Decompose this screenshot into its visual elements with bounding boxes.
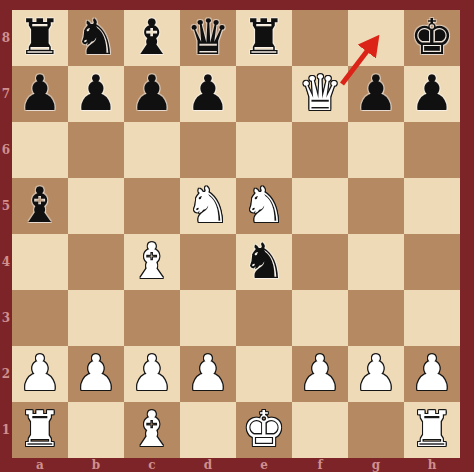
square-a4[interactable]	[12, 234, 68, 290]
square-h5[interactable]	[404, 178, 460, 234]
rank-label-7: 7	[0, 66, 12, 122]
square-g6[interactable]	[348, 122, 404, 178]
piece-black-bishop-c8[interactable]: ♝	[130, 10, 174, 66]
piece-white-rook-h1[interactable]: ♜	[410, 402, 454, 458]
square-e1[interactable]: ♚	[236, 402, 292, 458]
square-c4[interactable]: ♝	[124, 234, 180, 290]
square-c7[interactable]: ♟	[124, 66, 180, 122]
piece-black-pawn-a7[interactable]: ♟	[18, 66, 62, 122]
piece-black-pawn-h7[interactable]: ♟	[410, 66, 454, 122]
file-label-a: a	[12, 458, 68, 472]
piece-black-rook-a8[interactable]: ♜	[18, 10, 62, 66]
file-labels: abcdefgh	[12, 458, 460, 472]
square-f5[interactable]	[292, 178, 348, 234]
square-f6[interactable]	[292, 122, 348, 178]
piece-black-queen-d8[interactable]: ♛	[186, 10, 230, 66]
square-b1[interactable]	[68, 402, 124, 458]
square-c1[interactable]: ♝	[124, 402, 180, 458]
square-f7[interactable]: ♛	[292, 66, 348, 122]
square-h6[interactable]	[404, 122, 460, 178]
square-e4[interactable]: ♞	[236, 234, 292, 290]
square-a8[interactable]: ♜	[12, 10, 68, 66]
rank-label-2: 2	[0, 346, 12, 402]
square-b3[interactable]	[68, 290, 124, 346]
square-d7[interactable]: ♟	[180, 66, 236, 122]
square-c5[interactable]	[124, 178, 180, 234]
square-a2[interactable]: ♟	[12, 346, 68, 402]
square-g1[interactable]	[348, 402, 404, 458]
rank-label-3: 3	[0, 290, 12, 346]
piece-white-pawn-a2[interactable]: ♟	[18, 346, 62, 402]
piece-white-pawn-h2[interactable]: ♟	[410, 346, 454, 402]
file-label-d: d	[180, 458, 236, 472]
square-d6[interactable]	[180, 122, 236, 178]
square-a5[interactable]: ♝	[12, 178, 68, 234]
piece-white-knight-e5[interactable]: ♞	[242, 178, 286, 234]
rank-label-5: 5	[0, 178, 12, 234]
piece-black-rook-e8[interactable]: ♜	[242, 10, 286, 66]
square-d4[interactable]	[180, 234, 236, 290]
piece-black-pawn-c7[interactable]: ♟	[130, 66, 174, 122]
square-b2[interactable]: ♟	[68, 346, 124, 402]
piece-white-pawn-c2[interactable]: ♟	[130, 346, 174, 402]
square-f4[interactable]	[292, 234, 348, 290]
piece-black-king-h8[interactable]: ♚	[410, 10, 454, 66]
file-label-e: e	[236, 458, 292, 472]
square-h3[interactable]	[404, 290, 460, 346]
square-d2[interactable]: ♟	[180, 346, 236, 402]
file-label-g: g	[348, 458, 404, 472]
piece-white-pawn-g2[interactable]: ♟	[354, 346, 398, 402]
square-h7[interactable]: ♟	[404, 66, 460, 122]
piece-black-bishop-a5[interactable]: ♝	[18, 178, 62, 234]
square-g5[interactable]	[348, 178, 404, 234]
square-g2[interactable]: ♟	[348, 346, 404, 402]
piece-black-pawn-g7[interactable]: ♟	[354, 66, 398, 122]
square-d1[interactable]	[180, 402, 236, 458]
file-label-c: c	[124, 458, 180, 472]
square-a1[interactable]: ♜	[12, 402, 68, 458]
square-g4[interactable]	[348, 234, 404, 290]
square-b6[interactable]	[68, 122, 124, 178]
piece-black-pawn-d7[interactable]: ♟	[186, 66, 230, 122]
piece-white-rook-a1[interactable]: ♜	[18, 402, 62, 458]
square-d5[interactable]: ♞	[180, 178, 236, 234]
piece-white-pawn-b2[interactable]: ♟	[74, 346, 118, 402]
square-e2[interactable]	[236, 346, 292, 402]
square-a6[interactable]	[12, 122, 68, 178]
square-a7[interactable]: ♟	[12, 66, 68, 122]
square-e8[interactable]: ♜	[236, 10, 292, 66]
square-e7[interactable]	[236, 66, 292, 122]
square-h2[interactable]: ♟	[404, 346, 460, 402]
piece-white-queen-f7[interactable]: ♛	[298, 66, 342, 122]
square-h8[interactable]: ♚	[404, 10, 460, 66]
rank-label-1: 1	[0, 402, 12, 458]
chess-board-frame: ♜♞♝♛♜♚♟♟♟♟♛♟♟♝♞♞♝♞♟♟♟♟♟♟♟♜♝♚♜ 87654321 a…	[0, 0, 474, 472]
piece-white-bishop-c1[interactable]: ♝	[130, 402, 174, 458]
square-d3[interactable]	[180, 290, 236, 346]
square-h1[interactable]: ♜	[404, 402, 460, 458]
chess-board[interactable]: ♜♞♝♛♜♚♟♟♟♟♛♟♟♝♞♞♝♞♟♟♟♟♟♟♟♜♝♚♜	[12, 10, 460, 458]
square-e3[interactable]	[236, 290, 292, 346]
square-f2[interactable]: ♟	[292, 346, 348, 402]
piece-black-pawn-b7[interactable]: ♟	[74, 66, 118, 122]
rank-label-6: 6	[0, 122, 12, 178]
rank-labels: 87654321	[0, 10, 12, 458]
square-b4[interactable]	[68, 234, 124, 290]
piece-white-pawn-d2[interactable]: ♟	[186, 346, 230, 402]
file-label-h: h	[404, 458, 460, 472]
piece-white-knight-d5[interactable]: ♞	[186, 178, 230, 234]
square-f3[interactable]	[292, 290, 348, 346]
square-g8[interactable]	[348, 10, 404, 66]
square-b5[interactable]	[68, 178, 124, 234]
piece-black-knight-b8[interactable]: ♞	[74, 10, 118, 66]
square-f1[interactable]	[292, 402, 348, 458]
square-h4[interactable]	[404, 234, 460, 290]
square-f8[interactable]	[292, 10, 348, 66]
file-label-b: b	[68, 458, 124, 472]
rank-label-4: 4	[0, 234, 12, 290]
square-b8[interactable]: ♞	[68, 10, 124, 66]
square-g7[interactable]: ♟	[348, 66, 404, 122]
piece-white-king-e1[interactable]: ♚	[242, 402, 286, 458]
piece-white-pawn-f2[interactable]: ♟	[298, 346, 342, 402]
square-g3[interactable]	[348, 290, 404, 346]
rank-label-8: 8	[0, 10, 12, 66]
square-c6[interactable]	[124, 122, 180, 178]
square-d8[interactable]: ♛	[180, 10, 236, 66]
square-b7[interactable]: ♟	[68, 66, 124, 122]
piece-white-bishop-c4[interactable]: ♝	[130, 234, 174, 290]
square-c3[interactable]	[124, 290, 180, 346]
piece-black-knight-e4[interactable]: ♞	[242, 234, 286, 290]
file-label-f: f	[292, 458, 348, 472]
square-e6[interactable]	[236, 122, 292, 178]
square-c2[interactable]: ♟	[124, 346, 180, 402]
square-e5[interactable]: ♞	[236, 178, 292, 234]
square-a3[interactable]	[12, 290, 68, 346]
square-c8[interactable]: ♝	[124, 10, 180, 66]
